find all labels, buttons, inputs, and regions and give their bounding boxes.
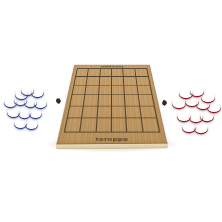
- blue-disc-piece[interactable]: [4, 96, 17, 107]
- product-photo: toroppu toroppu: [0, 0, 222, 222]
- blue-disc-piece[interactable]: [29, 107, 42, 118]
- pieces-layer: [0, 0, 222, 222]
- blue-disc-piece[interactable]: [31, 86, 44, 97]
- red-disc-piece[interactable]: [172, 97, 186, 108]
- blue-disc-piece[interactable]: [25, 118, 38, 129]
- red-disc-piece[interactable]: [194, 122, 208, 133]
- blue-disc-piece[interactable]: [34, 97, 47, 108]
- red-disc-piece[interactable]: [189, 111, 203, 122]
